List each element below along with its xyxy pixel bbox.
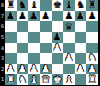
square-h2[interactable]: ♟ <box>86 64 98 75</box>
square-e7[interactable] <box>52 11 64 22</box>
square-b5[interactable] <box>17 32 29 43</box>
piece-white-pawn: ♟ <box>53 43 62 53</box>
square-c3[interactable] <box>28 53 40 64</box>
square-b7[interactable]: ♟ <box>17 11 29 22</box>
square-g3[interactable] <box>75 53 87 64</box>
square-h7[interactable]: ♟ <box>86 11 98 22</box>
square-f3[interactable]: ♟ <box>63 53 75 64</box>
square-a1[interactable]: ♜ <box>5 74 17 85</box>
square-c8[interactable]: ♝ <box>28 0 40 11</box>
square-b2[interactable]: ♟ <box>17 64 29 75</box>
square-e8[interactable]: ♚ <box>52 0 64 11</box>
square-h6[interactable] <box>86 21 98 32</box>
piece-black-pawn: ♟ <box>30 11 39 21</box>
square-h8[interactable]: ♜ <box>86 0 98 11</box>
piece-white-rook: ♜ <box>6 74 15 84</box>
square-b3[interactable] <box>17 53 29 64</box>
piece-white-pawn: ♟ <box>64 53 73 63</box>
square-c7[interactable]: ♟ <box>28 11 40 22</box>
square-d5[interactable] <box>40 32 52 43</box>
square-a6[interactable] <box>5 21 17 32</box>
square-f7[interactable]: ♟ <box>63 11 75 22</box>
piece-black-pawn: ♟ <box>64 11 73 21</box>
square-c2[interactable]: ♟ <box>28 64 40 75</box>
square-a8[interactable]: ♜ <box>5 0 17 11</box>
piece-black-bishop: ♝ <box>30 0 39 10</box>
square-b4[interactable] <box>17 43 29 54</box>
piece-white-king: ♚ <box>53 74 62 84</box>
square-e4[interactable]: ♟ <box>52 43 64 54</box>
square-a7[interactable]: ♟ <box>5 11 17 22</box>
piece-black-pawn: ♟ <box>88 11 97 21</box>
square-d7[interactable]: ♟ <box>40 11 52 22</box>
piece-white-bishop: ♝ <box>30 74 39 84</box>
piece-black-pawn: ♟ <box>76 11 85 21</box>
square-c1[interactable]: ♝ <box>28 74 40 85</box>
square-e2[interactable] <box>52 64 64 75</box>
piece-white-pawn: ♟ <box>88 64 97 74</box>
square-d6[interactable] <box>40 21 52 32</box>
square-d3[interactable] <box>40 53 52 64</box>
square-f8[interactable]: ♝ <box>63 0 75 11</box>
square-c5[interactable] <box>28 32 40 43</box>
square-h3[interactable]: ♞ <box>86 53 98 64</box>
piece-black-bishop: ♝ <box>64 0 73 10</box>
piece-black-knight: ♞ <box>18 0 27 10</box>
square-g8[interactable]: ♞ <box>75 0 87 11</box>
piece-black-pawn: ♟ <box>6 11 15 21</box>
square-b6[interactable] <box>17 21 29 32</box>
square-a3[interactable] <box>5 53 17 64</box>
square-e1[interactable]: ♚ <box>52 74 64 85</box>
piece-white-knight: ♞ <box>18 74 27 84</box>
square-f4[interactable] <box>63 43 75 54</box>
square-g4[interactable] <box>75 43 87 54</box>
piece-white-rook: ♜ <box>88 74 97 84</box>
square-c6[interactable] <box>28 21 40 32</box>
square-g2[interactable]: ♟ <box>75 64 87 75</box>
square-h1[interactable]: ♜ <box>86 74 98 85</box>
piece-white-knight: ♞ <box>88 53 97 63</box>
piece-white-pawn: ♟ <box>41 64 50 74</box>
square-f5[interactable] <box>63 32 75 43</box>
piece-black-king: ♚ <box>53 0 62 10</box>
square-a4[interactable] <box>5 43 17 54</box>
square-h5[interactable] <box>86 32 98 43</box>
square-d8[interactable] <box>40 0 52 11</box>
piece-black-rook: ♜ <box>6 0 15 10</box>
square-h4[interactable] <box>86 43 98 54</box>
piece-white-pawn: ♟ <box>76 64 85 74</box>
piece-white-pawn: ♟ <box>6 64 15 74</box>
piece-black-knight: ♞ <box>76 0 85 10</box>
square-e6[interactable] <box>52 21 64 32</box>
square-b1[interactable]: ♞ <box>17 74 29 85</box>
square-e3[interactable] <box>52 53 64 64</box>
square-f2[interactable] <box>63 64 75 75</box>
piece-black-pawn: ♟ <box>53 32 62 42</box>
square-g5[interactable] <box>75 32 87 43</box>
square-a2[interactable]: ♟ <box>5 64 17 75</box>
piece-white-queen: ♛ <box>41 74 50 84</box>
piece-white-pawn: ♟ <box>18 64 27 74</box>
square-d1[interactable]: ♛ <box>40 74 52 85</box>
piece-black-rook: ♜ <box>88 0 97 10</box>
square-e5[interactable]: ♟ <box>52 32 64 43</box>
piece-black-queen: ♛ <box>64 21 73 31</box>
square-c4[interactable] <box>28 43 40 54</box>
square-b8[interactable]: ♞ <box>17 0 29 11</box>
piece-black-pawn: ♟ <box>18 11 27 21</box>
piece-white-bishop: ♝ <box>64 74 73 84</box>
square-f6[interactable]: ♛ <box>63 21 75 32</box>
square-d4[interactable] <box>40 43 52 54</box>
piece-black-pawn: ♟ <box>41 11 50 21</box>
square-a5[interactable] <box>5 32 17 43</box>
square-d2[interactable]: ♟ <box>40 64 52 75</box>
square-g7[interactable]: ♟ <box>75 11 87 22</box>
square-g1[interactable] <box>75 74 87 85</box>
square-g6[interactable] <box>75 21 87 32</box>
square-f1[interactable]: ♝ <box>63 74 75 85</box>
chess-app-window: 87654321 ♜♞♝♚♝♞♜♟♟♟♟♟♟♟♛♟♟♟♞♟♟♟♟♟♟♜♞♝♛♚♝… <box>0 0 100 86</box>
piece-white-pawn: ♟ <box>30 64 39 74</box>
chess-board: ♜♞♝♚♝♞♜♟♟♟♟♟♟♟♛♟♟♟♞♟♟♟♟♟♟♜♞♝♛♚♝♜ <box>5 0 100 85</box>
